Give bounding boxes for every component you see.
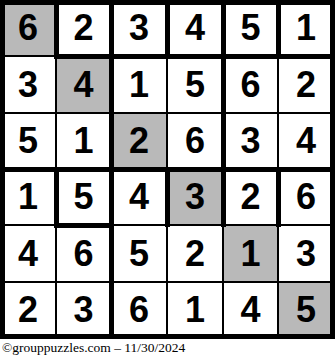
cell-r5c5: 1	[223, 225, 278, 282]
grid-hline-3-col3	[109, 167, 169, 172]
cell-r4c6: 6	[278, 169, 334, 225]
grid-hline-4-col3	[109, 224, 169, 226]
grid-vline-5-row5	[277, 223, 279, 284]
grid-hline-1-col3	[109, 54, 169, 59]
cell-r1c2: 2	[56, 0, 111, 56]
grid-hline-2-col1	[0, 112, 58, 114]
grid-vline-1-row3	[55, 111, 57, 171]
grid-hline-5-col6	[276, 281, 335, 283]
grid-vline-3-row2	[166, 54, 168, 115]
outer-border-left	[0, 0, 5, 339]
cell-r6c2: 3	[56, 282, 111, 338]
cell-r6c1: 2	[0, 282, 56, 338]
grid-vline-4-row2	[221, 54, 226, 115]
grid-hline-4-col1	[0, 224, 58, 226]
grid-vline-3-row5	[166, 223, 168, 284]
grid-hline-5-col1	[0, 281, 58, 283]
cell-r3c5: 3	[223, 113, 278, 169]
outer-border-right	[330, 0, 335, 339]
cell-r6c5: 4	[223, 282, 278, 338]
grid-vline-3-row3	[166, 111, 168, 171]
cell-r6c3: 6	[111, 282, 167, 338]
grid-vline-1-row6	[55, 280, 57, 339]
grid-vline-2-row5	[109, 223, 114, 284]
cell-r2c1: 3	[0, 56, 56, 113]
grid-hline-1-col2	[54, 54, 113, 59]
grid-vline-4-row4	[221, 167, 226, 227]
grid-hline-1-col5	[221, 54, 280, 59]
grid-hline-5-col4	[165, 281, 225, 283]
cell-r2c6: 2	[278, 56, 334, 113]
grid-vline-2-row1	[109, 0, 114, 58]
grid-hline-3-col1	[0, 167, 58, 172]
grid-hline-1-col6	[276, 54, 335, 59]
cell-r3c3: 2	[111, 113, 167, 169]
grid-vline-2-row6	[109, 280, 114, 339]
cell-r3c4: 6	[167, 113, 223, 169]
grid-hline-3-col4	[165, 167, 225, 172]
cell-r5c4: 2	[167, 225, 223, 282]
grid-hline-2-col2	[54, 112, 113, 114]
grid-vline-3-row6	[166, 280, 168, 339]
grid-hline-1-col4	[165, 54, 225, 59]
grid-hline-5-col5	[221, 281, 280, 283]
cell-r2c3: 1	[111, 56, 167, 113]
cell-r4c5: 2	[223, 169, 278, 225]
cell-r2c2: 4	[56, 56, 111, 113]
cell-r1c1: 6	[0, 0, 56, 56]
outer-border-top	[0, 0, 335, 5]
copyright-text: ©grouppuzzles.com – 11/30/2024	[2, 340, 332, 357]
cell-r6c4: 1	[167, 282, 223, 338]
grid-hline-5-col3	[109, 281, 169, 283]
cell-r6c6: 5	[278, 282, 334, 338]
grid-vline-5-row1	[276, 0, 281, 58]
cell-r4c4: 3	[167, 169, 223, 225]
cell-r4c3: 4	[111, 169, 167, 225]
cell-r3c2: 1	[56, 113, 111, 169]
grid-vline-3-row1	[165, 0, 170, 58]
grid-vline-1-row2	[55, 54, 57, 115]
cell-r1c4: 4	[167, 0, 223, 56]
grid-hline-2-col3	[109, 112, 169, 114]
grid-vline-2-row2	[109, 54, 114, 115]
cell-r1c3: 3	[111, 0, 167, 56]
grid-vline-1-row5	[55, 223, 57, 284]
grid-vline-1-row4	[54, 167, 59, 227]
grid-vline-2-row4	[109, 167, 114, 227]
cell-r2c4: 5	[167, 56, 223, 113]
grid-hline-4-col5	[221, 224, 280, 226]
outer-border-bottom	[0, 334, 335, 339]
cell-r5c3: 5	[111, 225, 167, 282]
cell-r4c2: 5	[56, 169, 111, 225]
grid-vline-4-row1	[221, 0, 226, 58]
grid-hline-3-col5	[221, 167, 280, 172]
grid-hline-4-col2	[54, 223, 113, 228]
cell-r5c2: 6	[56, 225, 111, 282]
grid-hline-2-col4	[165, 112, 225, 114]
grid-hline-3-col2	[54, 167, 113, 172]
grid-hline-2-col6	[276, 112, 335, 114]
grid-vline-1-row1	[54, 0, 59, 58]
cell-r1c6: 1	[278, 0, 334, 56]
grid-vline-2-row3	[109, 111, 114, 171]
grid-hline-2-col5	[221, 112, 280, 114]
grid-vline-4-row6	[222, 280, 224, 339]
cell-r4c1: 1	[0, 169, 56, 225]
cell-r1c5: 5	[223, 0, 278, 56]
cell-r2c5: 6	[223, 56, 278, 113]
grid-hline-4-col4	[165, 224, 225, 226]
grid-vline-5-row4	[276, 167, 281, 227]
grid-hline-4-col6	[276, 224, 335, 226]
cell-r3c1: 5	[0, 113, 56, 169]
grid-vline-5-row3	[277, 111, 279, 171]
grid-hline-5-col2	[54, 281, 113, 283]
grid-hline-3-col6	[276, 167, 335, 172]
grid-vline-5-row6	[277, 280, 279, 339]
cell-r5c1: 4	[0, 225, 56, 282]
cell-r5c6: 3	[278, 225, 334, 282]
grid-vline-3-row4	[165, 167, 170, 227]
cell-r3c6: 4	[278, 113, 334, 169]
grid-vline-5-row2	[277, 54, 279, 115]
grid-vline-4-row3	[221, 111, 226, 171]
grid-hline-1-col1	[0, 55, 58, 57]
sudoku-board: 623451341562512634154326465213236145	[0, 0, 335, 339]
grid-vline-4-row5	[222, 223, 224, 284]
puzzle-page: 623451341562512634154326465213236145 ©gr…	[0, 0, 335, 357]
